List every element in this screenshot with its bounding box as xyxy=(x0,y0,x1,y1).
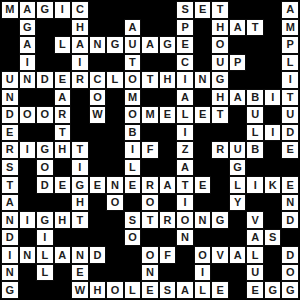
black-cell-r11c2 xyxy=(36,194,54,212)
black-cell-r10c1 xyxy=(19,176,37,194)
black-cell-r7c12 xyxy=(211,124,229,142)
black-cell-r2c15 xyxy=(264,36,282,54)
black-cell-r9c5 xyxy=(89,159,107,177)
black-cell-r14c15 xyxy=(264,246,282,264)
letter-cell-r5c0[interactable]: N xyxy=(1,89,19,107)
letter-cell-r7c15[interactable]: I xyxy=(264,124,282,142)
letter-cell-r9c13[interactable]: G xyxy=(229,159,247,177)
letter-cell-r10c7[interactable]: E xyxy=(124,176,142,194)
black-cell-r3c8 xyxy=(141,54,159,72)
letter-cell-r6c14[interactable]: U xyxy=(246,106,264,124)
letter-cell-r8c4[interactable]: T xyxy=(71,141,89,159)
black-cell-r11c15 xyxy=(264,194,282,212)
letter-cell-r5c16[interactable]: T xyxy=(281,89,299,107)
letter-cell-r3c12[interactable]: U xyxy=(211,54,229,72)
black-cell-r12c6 xyxy=(106,211,124,229)
black-cell-r3c9 xyxy=(159,54,177,72)
letter-cell-r5c7[interactable]: M xyxy=(124,89,142,107)
black-cell-r9c11 xyxy=(194,159,212,177)
letter-cell-r6c3[interactable]: R xyxy=(54,106,72,124)
black-cell-r2c13 xyxy=(229,36,247,54)
black-cell-r0c6 xyxy=(106,1,124,19)
black-cell-r11c1 xyxy=(19,194,37,212)
black-cell-r15c13 xyxy=(229,264,247,282)
black-cell-r11c9 xyxy=(159,194,177,212)
black-cell-r9c14 xyxy=(246,159,264,177)
black-cell-r6c13 xyxy=(229,106,247,124)
black-cell-r1c15 xyxy=(264,19,282,37)
letter-cell-r11c4[interactable]: H xyxy=(71,194,89,212)
letter-cell-r12c14[interactable]: V xyxy=(246,211,264,229)
black-cell-r15c1 xyxy=(19,264,37,282)
letter-cell-r15c2[interactable]: L xyxy=(36,264,54,282)
crossword-board: MAGICSETAGHAPHATMALANGUAGEOPIITCUPLUNDER… xyxy=(0,0,300,300)
letter-cell-r10c14[interactable]: I xyxy=(246,176,264,194)
letter-cell-r10c5[interactable]: E xyxy=(89,176,107,194)
black-cell-r5c6 xyxy=(106,89,124,107)
letter-cell-r7c3[interactable]: T xyxy=(54,124,72,142)
black-cell-r1c3 xyxy=(54,19,72,37)
letter-cell-r6c9[interactable]: E xyxy=(159,106,177,124)
black-cell-r14c10 xyxy=(176,246,194,264)
letter-cell-r0c11[interactable]: E xyxy=(194,1,212,19)
black-cell-r0c8 xyxy=(141,1,159,19)
black-cell-r1c0 xyxy=(1,19,19,37)
black-cell-r3c11 xyxy=(194,54,212,72)
black-cell-r15c3 xyxy=(54,264,72,282)
letter-cell-r11c13[interactable]: Y xyxy=(229,194,247,212)
letter-cell-r10c4[interactable]: G xyxy=(71,176,89,194)
letter-cell-r0c3[interactable]: I xyxy=(54,1,72,19)
letter-cell-r10c9[interactable]: A xyxy=(159,176,177,194)
black-cell-r7c9 xyxy=(159,124,177,142)
black-cell-r13c3 xyxy=(54,229,72,247)
letter-cell-r0c12[interactable]: T xyxy=(211,1,229,19)
black-cell-r3c5 xyxy=(89,54,107,72)
black-cell-r13c5 xyxy=(89,229,107,247)
letter-cell-r2c4[interactable]: A xyxy=(71,36,89,54)
letter-cell-r16c16[interactable]: G xyxy=(281,281,299,299)
black-cell-r9c8 xyxy=(141,159,159,177)
letter-cell-r4c1[interactable]: N xyxy=(19,71,37,89)
letter-cell-r10c16[interactable]: E xyxy=(281,176,299,194)
letter-cell-r8c3[interactable]: H xyxy=(54,141,72,159)
black-cell-r13c16 xyxy=(281,229,299,247)
letter-cell-r4c2[interactable]: D xyxy=(36,71,54,89)
letter-cell-r2c8[interactable]: A xyxy=(141,36,159,54)
letter-cell-r10c15[interactable]: K xyxy=(264,176,282,194)
letter-cell-r1c14[interactable]: T xyxy=(246,19,264,37)
letter-cell-r4c11[interactable]: N xyxy=(194,71,212,89)
black-cell-r13c13 xyxy=(229,229,247,247)
letter-cell-r14c16[interactable]: D xyxy=(281,246,299,264)
black-cell-r3c14 xyxy=(246,54,264,72)
letter-cell-r1c1[interactable]: G xyxy=(19,19,37,37)
letter-cell-r5c12[interactable]: H xyxy=(211,89,229,107)
letter-cell-r6c1[interactable]: O xyxy=(19,106,37,124)
black-cell-r3c2 xyxy=(36,54,54,72)
letter-cell-r10c3[interactable]: E xyxy=(54,176,72,194)
letter-cell-r14c11[interactable]: O xyxy=(194,246,212,264)
black-cell-r3c15 xyxy=(264,54,282,72)
letter-cell-r6c5[interactable]: W xyxy=(89,106,107,124)
black-cell-r16c2 xyxy=(36,281,54,299)
black-cell-r1c6 xyxy=(106,19,124,37)
letter-cell-r2c10[interactable]: E xyxy=(176,36,194,54)
black-cell-r2c2 xyxy=(36,36,54,54)
letter-cell-r9c10[interactable]: A xyxy=(176,159,194,177)
letter-cell-r6c10[interactable]: L xyxy=(176,106,194,124)
black-cell-r9c12 xyxy=(211,159,229,177)
black-cell-r0c5 xyxy=(89,1,107,19)
letter-cell-r8c10[interactable]: Z xyxy=(176,141,194,159)
letter-cell-r7c14[interactable]: L xyxy=(246,124,264,142)
black-cell-r7c6 xyxy=(106,124,124,142)
letter-cell-r13c0[interactable]: D xyxy=(1,229,19,247)
letter-cell-r16c4[interactable]: W xyxy=(71,281,89,299)
letter-cell-r5c14[interactable]: B xyxy=(246,89,264,107)
letter-cell-r14c2[interactable]: L xyxy=(36,246,54,264)
letter-cell-r15c8[interactable]: N xyxy=(141,264,159,282)
letter-cell-r5c10[interactable]: A xyxy=(176,89,194,107)
black-cell-r7c8 xyxy=(141,124,159,142)
black-cell-r11c12 xyxy=(211,194,229,212)
letter-cell-r4c7[interactable]: O xyxy=(124,71,142,89)
letter-cell-r6c11[interactable]: E xyxy=(194,106,212,124)
letter-cell-r14c9[interactable]: F xyxy=(159,246,177,264)
black-cell-r11c7 xyxy=(124,194,142,212)
letter-cell-r4c10[interactable]: I xyxy=(176,71,194,89)
letter-cell-r6c0[interactable]: D xyxy=(1,106,19,124)
letter-cell-r8c13[interactable]: U xyxy=(229,141,247,159)
letter-cell-r2c5[interactable]: N xyxy=(89,36,107,54)
letter-cell-r10c10[interactable]: T xyxy=(176,176,194,194)
black-cell-r16c3 xyxy=(54,281,72,299)
black-cell-r13c9 xyxy=(159,229,177,247)
letter-cell-r11c8[interactable]: O xyxy=(141,194,159,212)
black-cell-r1c8 xyxy=(141,19,159,37)
letter-cell-r8c0[interactable]: R xyxy=(1,141,19,159)
black-cell-r6c6 xyxy=(106,106,124,124)
black-cell-r12c5 xyxy=(89,211,107,229)
black-cell-r8c5 xyxy=(89,141,107,159)
letter-cell-r4c4[interactable]: R xyxy=(71,71,89,89)
black-cell-r9c6 xyxy=(106,159,124,177)
letter-cell-r16c12[interactable]: E xyxy=(211,281,229,299)
black-cell-r3c3 xyxy=(54,54,72,72)
letter-cell-r15c16[interactable]: O xyxy=(281,264,299,282)
letter-cell-r3c16[interactable]: L xyxy=(281,54,299,72)
letter-cell-r13c14[interactable]: A xyxy=(246,229,264,247)
black-cell-r4c15 xyxy=(264,71,282,89)
black-cell-r5c4 xyxy=(71,89,89,107)
letter-cell-r14c8[interactable]: O xyxy=(141,246,159,264)
black-cell-r16c13 xyxy=(229,281,247,299)
black-cell-r11c5 xyxy=(89,194,107,212)
black-cell-r15c9 xyxy=(159,264,177,282)
letter-cell-r10c11[interactable]: E xyxy=(194,176,212,194)
letter-cell-r14c13[interactable]: A xyxy=(229,246,247,264)
letter-cell-r16c11[interactable]: L xyxy=(194,281,212,299)
letter-cell-r12c7[interactable]: S xyxy=(124,211,142,229)
black-cell-r10c12 xyxy=(211,176,229,194)
black-cell-r5c1 xyxy=(19,89,37,107)
letter-cell-r15c14[interactable]: U xyxy=(246,264,264,282)
black-cell-r13c4 xyxy=(71,229,89,247)
letter-cell-r0c4[interactable]: C xyxy=(71,1,89,19)
letter-cell-r5c3[interactable]: A xyxy=(54,89,72,107)
black-cell-r7c11 xyxy=(194,124,212,142)
letter-cell-r1c16[interactable]: M xyxy=(281,19,299,37)
letter-cell-r15c11[interactable]: I xyxy=(194,264,212,282)
black-cell-r6c15 xyxy=(264,106,282,124)
letter-cell-r3c13[interactable]: P xyxy=(229,54,247,72)
black-cell-r13c8 xyxy=(141,229,159,247)
letter-cell-r9c2[interactable]: O xyxy=(36,159,54,177)
letter-cell-r12c9[interactable]: R xyxy=(159,211,177,229)
letter-cell-r13c2[interactable]: I xyxy=(36,229,54,247)
letter-cell-r1c7[interactable]: A xyxy=(124,19,142,37)
letter-cell-r12c11[interactable]: N xyxy=(194,211,212,229)
letter-cell-r11c10[interactable]: I xyxy=(176,194,194,212)
letter-cell-r8c12[interactable]: R xyxy=(211,141,229,159)
black-cell-r15c10 xyxy=(176,264,194,282)
letter-cell-r16c6[interactable]: O xyxy=(106,281,124,299)
black-cell-r3c6 xyxy=(106,54,124,72)
letter-cell-r10c0[interactable]: T xyxy=(1,176,19,194)
letter-cell-r10c6[interactable]: N xyxy=(106,176,124,194)
black-cell-r15c7 xyxy=(124,264,142,282)
letter-cell-r6c7[interactable]: O xyxy=(124,106,142,124)
letter-cell-r16c7[interactable]: L xyxy=(124,281,142,299)
black-cell-r12c13 xyxy=(229,211,247,229)
letter-cell-r8c7[interactable]: I xyxy=(124,141,142,159)
letter-cell-r2c6[interactable]: G xyxy=(106,36,124,54)
black-cell-r14c6 xyxy=(106,246,124,264)
letter-cell-r13c15[interactable]: S xyxy=(264,229,282,247)
letter-cell-r2c3[interactable]: L xyxy=(54,36,72,54)
letter-cell-r4c3[interactable]: E xyxy=(54,71,72,89)
letter-cell-r11c16[interactable]: N xyxy=(281,194,299,212)
letter-cell-r16c0[interactable]: G xyxy=(1,281,19,299)
letter-cell-r0c0[interactable]: M xyxy=(1,1,19,19)
letter-cell-r11c0[interactable]: A xyxy=(1,194,19,212)
letter-cell-r16c10[interactable]: A xyxy=(176,281,194,299)
letter-cell-r8c8[interactable]: F xyxy=(141,141,159,159)
black-cell-r15c6 xyxy=(106,264,124,282)
black-cell-r5c11 xyxy=(194,89,212,107)
black-cell-r7c1 xyxy=(19,124,37,142)
black-cell-r4c14 xyxy=(246,71,264,89)
letter-cell-r14c4[interactable]: N xyxy=(71,246,89,264)
letter-cell-r0c10[interactable]: S xyxy=(176,1,194,19)
letter-cell-r16c8[interactable]: E xyxy=(141,281,159,299)
letter-cell-r6c2[interactable]: O xyxy=(36,106,54,124)
letter-cell-r9c0[interactable]: S xyxy=(1,159,19,177)
black-cell-r12c15 xyxy=(264,211,282,229)
letter-cell-r12c16[interactable]: D xyxy=(281,211,299,229)
letter-cell-r3c7[interactable]: T xyxy=(124,54,142,72)
letter-cell-r12c0[interactable]: N xyxy=(1,211,19,229)
letter-cell-r16c14[interactable]: E xyxy=(246,281,264,299)
letter-cell-r15c0[interactable]: N xyxy=(1,264,19,282)
letter-cell-r3c4[interactable]: I xyxy=(71,54,89,72)
black-cell-r9c9 xyxy=(159,159,177,177)
black-cell-r11c11 xyxy=(194,194,212,212)
black-cell-r15c5 xyxy=(89,264,107,282)
black-cell-r7c2 xyxy=(36,124,54,142)
letter-cell-r8c14[interactable]: B xyxy=(246,141,264,159)
letter-cell-r4c12[interactable]: G xyxy=(211,71,229,89)
letter-cell-r5c5[interactable]: O xyxy=(89,89,107,107)
letter-cell-r3c1[interactable]: I xyxy=(19,54,37,72)
letter-cell-r8c16[interactable]: E xyxy=(281,141,299,159)
letter-cell-r1c13[interactable]: A xyxy=(229,19,247,37)
black-cell-r7c5 xyxy=(89,124,107,142)
black-cell-r7c4 xyxy=(71,124,89,142)
black-cell-r4c13 xyxy=(229,71,247,89)
black-cell-r5c9 xyxy=(159,89,177,107)
black-cell-r9c16 xyxy=(281,159,299,177)
black-cell-r1c9 xyxy=(159,19,177,37)
black-cell-r1c11 xyxy=(194,19,212,37)
letter-cell-r4c5[interactable]: C xyxy=(89,71,107,89)
letter-cell-r1c10[interactable]: P xyxy=(176,19,194,37)
letter-cell-r12c12[interactable]: G xyxy=(211,211,229,229)
letter-cell-r12c4[interactable]: T xyxy=(71,211,89,229)
letter-cell-r10c2[interactable]: D xyxy=(36,176,54,194)
black-cell-r8c15 xyxy=(264,141,282,159)
letter-cell-r8c1[interactable]: I xyxy=(19,141,37,159)
letter-cell-r12c1[interactable]: I xyxy=(19,211,37,229)
letter-cell-r7c0[interactable]: E xyxy=(1,124,19,142)
letter-cell-r14c14[interactable]: L xyxy=(246,246,264,264)
black-cell-r9c3 xyxy=(54,159,72,177)
black-cell-r0c13 xyxy=(229,1,247,19)
letter-cell-r1c12[interactable]: H xyxy=(211,19,229,37)
letter-cell-r4c8[interactable]: T xyxy=(141,71,159,89)
letter-cell-r0c2[interactable]: G xyxy=(36,1,54,19)
black-cell-r8c6 xyxy=(106,141,124,159)
letter-cell-r13c7[interactable]: O xyxy=(124,229,142,247)
letter-cell-r14c1[interactable]: N xyxy=(19,246,37,264)
black-cell-r8c11 xyxy=(194,141,212,159)
black-cell-r3c0 xyxy=(1,54,19,72)
black-cell-r0c9 xyxy=(159,1,177,19)
black-cell-r11c3 xyxy=(54,194,72,212)
letter-cell-r7c10[interactable]: I xyxy=(176,124,194,142)
black-cell-r6c4 xyxy=(71,106,89,124)
letter-cell-r12c2[interactable]: G xyxy=(36,211,54,229)
black-cell-r14c7 xyxy=(124,246,142,264)
letter-cell-r10c13[interactable]: L xyxy=(229,176,247,194)
letter-cell-r5c13[interactable]: A xyxy=(229,89,247,107)
letter-cell-r12c10[interactable]: O xyxy=(176,211,194,229)
letter-cell-r13c10[interactable]: N xyxy=(176,229,194,247)
letter-cell-r11c6[interactable]: O xyxy=(106,194,124,212)
letter-cell-r8c2[interactable]: G xyxy=(36,141,54,159)
black-cell-r2c0 xyxy=(1,36,19,54)
letter-cell-r6c16[interactable]: U xyxy=(281,106,299,124)
letter-cell-r3c10[interactable]: C xyxy=(176,54,194,72)
letter-cell-r2c16[interactable]: P xyxy=(281,36,299,54)
letter-cell-r14c3[interactable]: A xyxy=(54,246,72,264)
black-cell-r8c9 xyxy=(159,141,177,159)
black-cell-r13c6 xyxy=(106,229,124,247)
black-cell-r15c12 xyxy=(211,264,229,282)
black-cell-r1c2 xyxy=(36,19,54,37)
letter-cell-r16c5[interactable]: H xyxy=(89,281,107,299)
letter-cell-r4c9[interactable]: H xyxy=(159,71,177,89)
black-cell-r0c7 xyxy=(124,1,142,19)
letter-cell-r9c7[interactable]: L xyxy=(124,159,142,177)
letter-cell-r7c16[interactable]: D xyxy=(281,124,299,142)
black-cell-r0c14 xyxy=(246,1,264,19)
letter-cell-r14c12[interactable]: V xyxy=(211,246,229,264)
black-cell-r5c2 xyxy=(36,89,54,107)
black-cell-r15c15 xyxy=(264,264,282,282)
letter-cell-r14c0[interactable]: I xyxy=(1,246,19,264)
letter-cell-r1c4[interactable]: H xyxy=(71,19,89,37)
letter-cell-r15c4[interactable]: E xyxy=(71,264,89,282)
letter-cell-r2c7[interactable]: U xyxy=(124,36,142,54)
black-cell-r2c11 xyxy=(194,36,212,54)
letter-cell-r6c12[interactable]: T xyxy=(211,106,229,124)
black-cell-r9c15 xyxy=(264,159,282,177)
letter-cell-r2c12[interactable]: O xyxy=(211,36,229,54)
letter-cell-r12c3[interactable]: H xyxy=(54,211,72,229)
letter-cell-r2c1[interactable]: A xyxy=(19,36,37,54)
letter-cell-r5c15[interactable]: I xyxy=(264,89,282,107)
letter-cell-r16c9[interactable]: S xyxy=(159,281,177,299)
black-cell-r7c13 xyxy=(229,124,247,142)
letter-cell-r6c8[interactable]: M xyxy=(141,106,159,124)
black-cell-r1c5 xyxy=(89,19,107,37)
letter-cell-r9c4[interactable]: I xyxy=(71,159,89,177)
letter-cell-r0c16[interactable]: A xyxy=(281,1,299,19)
letter-cell-r14c5[interactable]: D xyxy=(89,246,107,264)
letter-cell-r4c0[interactable]: U xyxy=(1,71,19,89)
letter-cell-r2c9[interactable]: G xyxy=(159,36,177,54)
letter-cell-r4c6[interactable]: L xyxy=(106,71,124,89)
black-cell-r13c12 xyxy=(211,229,229,247)
black-cell-r13c11 xyxy=(194,229,212,247)
black-cell-r13c1 xyxy=(19,229,37,247)
letter-cell-r10c8[interactable]: R xyxy=(141,176,159,194)
black-cell-r11c14 xyxy=(246,194,264,212)
letter-cell-r7c7[interactable]: B xyxy=(124,124,142,142)
letter-cell-r16c15[interactable]: G xyxy=(264,281,282,299)
black-cell-r2c14 xyxy=(246,36,264,54)
black-cell-r16c1 xyxy=(19,281,37,299)
black-cell-r0c15 xyxy=(264,1,282,19)
letter-cell-r12c8[interactable]: T xyxy=(141,211,159,229)
black-cell-r5c8 xyxy=(141,89,159,107)
black-cell-r9c1 xyxy=(19,159,37,177)
letter-cell-r4c16[interactable]: I xyxy=(281,71,299,89)
letter-cell-r0c1[interactable]: A xyxy=(19,1,37,19)
